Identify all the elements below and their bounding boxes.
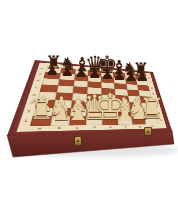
board-frame: abcdefgh abcdefgh 87654321 87654321 — [7, 60, 172, 136]
rank-label-2: 2 — [25, 107, 32, 116]
rank-label-1: 1 — [159, 117, 164, 124]
chess-board: abcdefgh abcdefgh 87654321 87654321 — [7, 60, 172, 136]
square-c2 — [70, 108, 87, 116]
file-label-e: e — [103, 126, 119, 129]
chess-set-photo: abcdefgh abcdefgh 87654321 87654321 ♜♞♝♛… — [0, 0, 178, 222]
file-label-d: d — [88, 68, 100, 71]
square-e1 — [102, 117, 118, 125]
square-e2 — [102, 109, 117, 117]
file-label-e: e — [101, 69, 113, 72]
rank-label-4: 4 — [31, 91, 37, 99]
clasp-right — [144, 127, 152, 136]
file-label-f: f — [113, 70, 124, 73]
square-d2 — [86, 108, 102, 116]
square-a1 — [30, 116, 52, 126]
rank-label-1: 1 — [22, 116, 29, 126]
file-labels-bottom: abcdefgh — [28, 124, 160, 131]
board-border: abcdefgh abcdefgh 87654321 87654321 — [17, 62, 167, 131]
square-f1 — [117, 117, 132, 125]
file-label-b: b — [49, 126, 68, 130]
square-b2 — [52, 108, 71, 117]
rank-label-3: 3 — [28, 99, 35, 107]
file-label-c: c — [75, 67, 88, 70]
square-a3 — [35, 99, 55, 108]
file-label-a: a — [29, 127, 50, 131]
clasp-left — [74, 136, 83, 146]
file-label-d: d — [86, 126, 103, 129]
square-a2 — [33, 107, 54, 116]
file-label-g: g — [124, 71, 135, 74]
file-label-h: h — [135, 72, 146, 75]
square-f2 — [116, 109, 131, 117]
square-b1 — [50, 116, 70, 125]
rank-label-2: 2 — [157, 110, 161, 117]
square-c1 — [69, 116, 87, 125]
file-label-b: b — [62, 65, 76, 68]
square-d1 — [86, 116, 102, 125]
file-label-f: f — [118, 125, 133, 128]
board-grid — [30, 66, 159, 126]
file-label-c: c — [68, 126, 86, 129]
file-label-a: a — [47, 64, 62, 67]
